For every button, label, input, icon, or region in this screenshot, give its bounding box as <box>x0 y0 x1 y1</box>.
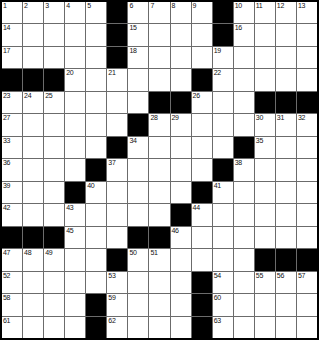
cell-r0c0[interactable]: 1 <box>2 2 22 23</box>
black-cell-r13c9 <box>192 294 212 315</box>
cell-r9c14[interactable] <box>297 204 317 225</box>
cell-r7c7[interactable] <box>149 159 169 180</box>
cell-r12c12[interactable]: 55 <box>255 272 275 293</box>
cell-r13c5[interactable]: 59 <box>107 294 127 315</box>
black-cell-r4c8 <box>171 92 191 113</box>
cell-r7c6[interactable] <box>128 159 148 180</box>
cell-r11c4[interactable] <box>86 249 106 270</box>
cell-r4c6[interactable] <box>128 92 148 113</box>
cell-r8c5[interactable] <box>107 182 127 203</box>
cell-r9c4[interactable] <box>86 204 106 225</box>
cell-r0c9[interactable]: 9 <box>192 2 212 23</box>
cell-r5c0[interactable]: 27 <box>2 114 22 135</box>
cell-r6c2[interactable] <box>44 137 64 158</box>
clue-number-22: 22 <box>214 69 221 77</box>
black-cell-r1c5 <box>107 24 127 45</box>
clue-number-19: 19 <box>214 47 221 55</box>
cell-r10c9[interactable] <box>192 227 212 248</box>
cell-r12c4[interactable] <box>86 272 106 293</box>
black-cell-r8c3 <box>65 182 85 203</box>
cell-r6c6[interactable]: 34 <box>128 137 148 158</box>
cell-r2c9[interactable] <box>192 47 212 68</box>
clue-number-13: 13 <box>298 2 305 10</box>
cell-r8c1[interactable] <box>23 182 43 203</box>
clue-number-39: 39 <box>3 182 10 190</box>
cell-r8c7[interactable] <box>149 182 169 203</box>
cell-r13c2[interactable] <box>44 294 64 315</box>
cell-r1c14[interactable] <box>297 24 317 45</box>
black-cell-r11c13 <box>276 249 296 270</box>
black-cell-r6c5 <box>107 137 127 158</box>
black-cell-r3c2 <box>44 69 64 90</box>
cell-r5c12[interactable]: 30 <box>255 114 275 135</box>
cell-r0c3[interactable]: 4 <box>65 2 85 23</box>
cell-r12c1[interactable] <box>23 272 43 293</box>
cell-r3c11[interactable] <box>234 69 254 90</box>
clue-number-2: 2 <box>24 2 28 10</box>
cell-r1c13[interactable] <box>276 24 296 45</box>
cell-r2c14[interactable] <box>297 47 317 68</box>
crossword-grid: 1234567891011121314151617181920212223242… <box>0 0 319 340</box>
black-cell-r10c2 <box>44 227 64 248</box>
cell-r7c1[interactable] <box>23 159 43 180</box>
clue-number-9: 9 <box>193 2 197 10</box>
cell-r13c0[interactable]: 58 <box>2 294 22 315</box>
cell-r12c5[interactable]: 53 <box>107 272 127 293</box>
black-cell-r8c9 <box>192 182 212 203</box>
cell-r1c2[interactable] <box>44 24 64 45</box>
cell-r6c14[interactable] <box>297 137 317 158</box>
clue-number-58: 58 <box>3 294 10 302</box>
cell-r1c6[interactable]: 15 <box>128 24 148 45</box>
cell-r0c2[interactable]: 3 <box>44 2 64 23</box>
black-cell-r10c6 <box>128 227 148 248</box>
cell-r5c7[interactable]: 28 <box>149 114 169 135</box>
clue-number-28: 28 <box>150 114 157 122</box>
clue-number-14: 14 <box>3 24 10 32</box>
cell-r9c6[interactable] <box>128 204 148 225</box>
clue-number-53: 53 <box>108 272 115 280</box>
cell-r14c2[interactable] <box>44 317 64 338</box>
clue-number-23: 23 <box>3 92 10 100</box>
cell-r7c13[interactable] <box>276 159 296 180</box>
clue-number-25: 25 <box>45 92 52 100</box>
cell-r12c8[interactable] <box>171 272 191 293</box>
cell-r14c11[interactable] <box>234 317 254 338</box>
cell-r2c6[interactable]: 18 <box>128 47 148 68</box>
black-cell-r6c11 <box>234 137 254 158</box>
black-cell-r0c5 <box>107 2 127 23</box>
clue-number-6: 6 <box>129 2 133 10</box>
cell-r2c4[interactable] <box>86 47 106 68</box>
cell-r7c5[interactable]: 37 <box>107 159 127 180</box>
cell-r4c10[interactable] <box>213 92 233 113</box>
clue-number-4: 4 <box>66 2 70 10</box>
clue-number-59: 59 <box>108 294 115 302</box>
cell-r9c7[interactable] <box>149 204 169 225</box>
clue-number-12: 12 <box>277 2 284 10</box>
cell-r6c1[interactable] <box>23 137 43 158</box>
cell-r12c14[interactable]: 57 <box>297 272 317 293</box>
cell-r2c0[interactable]: 17 <box>2 47 22 68</box>
cell-r13c3[interactable] <box>65 294 85 315</box>
cell-r10c14[interactable] <box>297 227 317 248</box>
clue-number-56: 56 <box>277 272 284 280</box>
clue-number-3: 3 <box>45 2 49 10</box>
cell-r2c12[interactable] <box>255 47 275 68</box>
clue-number-33: 33 <box>3 137 10 145</box>
cell-r13c13[interactable] <box>276 294 296 315</box>
cell-r14c6[interactable] <box>128 317 148 338</box>
black-cell-r11c5 <box>107 249 127 270</box>
black-cell-r3c1 <box>23 69 43 90</box>
cell-r0c11[interactable]: 10 <box>234 2 254 23</box>
cell-r9c2[interactable] <box>44 204 64 225</box>
cell-r1c9[interactable] <box>192 24 212 45</box>
cell-r1c11[interactable]: 16 <box>234 24 254 45</box>
cell-r4c3[interactable] <box>65 92 85 113</box>
cell-r2c13[interactable] <box>276 47 296 68</box>
cell-r5c13[interactable]: 31 <box>276 114 296 135</box>
cell-r7c8[interactable] <box>171 159 191 180</box>
clue-number-11: 11 <box>256 2 263 10</box>
cell-r0c14[interactable]: 13 <box>297 2 317 23</box>
cell-r13c1[interactable] <box>23 294 43 315</box>
cell-r9c12[interactable] <box>255 204 275 225</box>
clue-number-45: 45 <box>66 227 73 235</box>
cell-r12c0[interactable]: 52 <box>2 272 22 293</box>
cell-r13c8[interactable] <box>171 294 191 315</box>
cell-r12c7[interactable] <box>149 272 169 293</box>
cell-r9c1[interactable] <box>23 204 43 225</box>
clue-number-36: 36 <box>3 159 10 167</box>
cell-r6c9[interactable] <box>192 137 212 158</box>
clue-number-47: 47 <box>3 249 10 257</box>
black-cell-r4c14 <box>297 92 317 113</box>
cell-r6c13[interactable] <box>276 137 296 158</box>
cell-r11c6[interactable]: 50 <box>128 249 148 270</box>
cell-r5c8[interactable]: 29 <box>171 114 191 135</box>
cell-r13c6[interactable] <box>128 294 148 315</box>
cell-r14c1[interactable] <box>23 317 43 338</box>
cell-r4c9[interactable]: 26 <box>192 92 212 113</box>
cell-r8c11[interactable] <box>234 182 254 203</box>
black-cell-r1c10 <box>213 24 233 45</box>
cell-r14c0[interactable]: 61 <box>2 317 22 338</box>
cell-r1c12[interactable] <box>255 24 275 45</box>
cell-r2c11[interactable] <box>234 47 254 68</box>
cell-r14c7[interactable] <box>149 317 169 338</box>
black-cell-r13c4 <box>86 294 106 315</box>
cell-r11c3[interactable] <box>65 249 85 270</box>
cell-r4c4[interactable] <box>86 92 106 113</box>
clue-number-38: 38 <box>235 159 242 167</box>
cell-r6c12[interactable]: 35 <box>255 137 275 158</box>
clue-number-17: 17 <box>3 47 10 55</box>
clue-number-42: 42 <box>3 204 10 212</box>
cell-r11c11[interactable] <box>234 249 254 270</box>
cell-r0c7[interactable]: 7 <box>149 2 169 23</box>
cell-r3c12[interactable] <box>255 69 275 90</box>
clue-number-55: 55 <box>256 272 263 280</box>
cell-r11c0[interactable]: 47 <box>2 249 22 270</box>
cell-r6c7[interactable] <box>149 137 169 158</box>
cell-r6c4[interactable] <box>86 137 106 158</box>
cell-r2c8[interactable] <box>171 47 191 68</box>
cell-r7c14[interactable] <box>297 159 317 180</box>
cell-r4c0[interactable]: 23 <box>2 92 22 113</box>
cell-r4c2[interactable]: 25 <box>44 92 64 113</box>
cell-r10c3[interactable]: 45 <box>65 227 85 248</box>
clue-number-30: 30 <box>256 114 263 122</box>
cell-r1c3[interactable] <box>65 24 85 45</box>
clue-number-20: 20 <box>66 69 73 77</box>
cell-r3c3[interactable]: 20 <box>65 69 85 90</box>
clue-number-49: 49 <box>45 249 52 257</box>
cell-r9c9[interactable]: 44 <box>192 204 212 225</box>
clue-number-8: 8 <box>172 2 176 10</box>
cell-r2c1[interactable] <box>23 47 43 68</box>
cell-r12c2[interactable] <box>44 272 64 293</box>
cell-r3c7[interactable] <box>149 69 169 90</box>
cell-r4c11[interactable] <box>234 92 254 113</box>
cell-r4c1[interactable]: 24 <box>23 92 43 113</box>
clue-number-57: 57 <box>298 272 305 280</box>
clue-number-27: 27 <box>3 114 10 122</box>
cell-r5c14[interactable]: 32 <box>297 114 317 135</box>
clue-number-18: 18 <box>129 47 136 55</box>
black-cell-r3c0 <box>2 69 22 90</box>
cell-r9c10[interactable] <box>213 204 233 225</box>
clue-number-24: 24 <box>24 92 31 100</box>
cell-r14c12[interactable] <box>255 317 275 338</box>
cell-r14c5[interactable]: 62 <box>107 317 127 338</box>
clue-number-16: 16 <box>235 24 242 32</box>
clue-number-7: 7 <box>150 2 154 10</box>
black-cell-r11c12 <box>255 249 275 270</box>
cell-r14c10[interactable]: 63 <box>213 317 233 338</box>
clue-number-41: 41 <box>214 182 221 190</box>
cell-r9c3[interactable]: 43 <box>65 204 85 225</box>
black-cell-r2c5 <box>107 47 127 68</box>
cell-r10c8[interactable]: 46 <box>171 227 191 248</box>
black-cell-r10c0 <box>2 227 22 248</box>
cell-r12c11[interactable] <box>234 272 254 293</box>
clue-number-50: 50 <box>129 249 136 257</box>
clue-number-63: 63 <box>214 317 221 325</box>
clue-number-48: 48 <box>24 249 31 257</box>
cell-r8c6[interactable] <box>128 182 148 203</box>
cell-r11c10[interactable] <box>213 249 233 270</box>
clue-number-34: 34 <box>129 137 136 145</box>
cell-r3c5[interactable]: 21 <box>107 69 127 90</box>
cell-r2c10[interactable]: 19 <box>213 47 233 68</box>
cell-r7c0[interactable]: 36 <box>2 159 22 180</box>
cell-r11c1[interactable]: 48 <box>23 249 43 270</box>
black-cell-r4c7 <box>149 92 169 113</box>
black-cell-r3c9 <box>192 69 212 90</box>
clue-number-40: 40 <box>87 182 94 190</box>
cell-r5c10[interactable] <box>213 114 233 135</box>
clue-number-15: 15 <box>129 24 136 32</box>
clue-number-10: 10 <box>235 2 242 10</box>
black-cell-r5c6 <box>128 114 148 135</box>
black-cell-r11c14 <box>297 249 317 270</box>
cell-r3c14[interactable] <box>297 69 317 90</box>
cell-r2c3[interactable] <box>65 47 85 68</box>
cell-r11c8[interactable] <box>171 249 191 270</box>
cell-r13c12[interactable] <box>255 294 275 315</box>
cell-r1c0[interactable]: 14 <box>2 24 22 45</box>
cell-r3c10[interactable]: 22 <box>213 69 233 90</box>
black-cell-r14c9 <box>192 317 212 338</box>
cell-r8c4[interactable]: 40 <box>86 182 106 203</box>
clue-number-46: 46 <box>172 227 179 235</box>
cell-r8c10[interactable]: 41 <box>213 182 233 203</box>
cell-r5c9[interactable] <box>192 114 212 135</box>
black-cell-r7c10 <box>213 159 233 180</box>
cell-r0c1[interactable]: 2 <box>23 2 43 23</box>
clue-number-29: 29 <box>172 114 179 122</box>
cell-r8c12[interactable] <box>255 182 275 203</box>
cell-r10c11[interactable] <box>234 227 254 248</box>
cell-r2c2[interactable] <box>44 47 64 68</box>
cell-r5c3[interactable] <box>65 114 85 135</box>
black-cell-r9c8 <box>171 204 191 225</box>
cell-r8c2[interactable] <box>44 182 64 203</box>
cell-r11c9[interactable] <box>192 249 212 270</box>
cell-r9c11[interactable] <box>234 204 254 225</box>
cell-r1c4[interactable] <box>86 24 106 45</box>
cell-r8c0[interactable]: 39 <box>2 182 22 203</box>
cell-r0c12[interactable]: 11 <box>255 2 275 23</box>
cell-r10c13[interactable] <box>276 227 296 248</box>
clue-number-21: 21 <box>108 69 115 77</box>
clue-number-44: 44 <box>193 204 200 212</box>
cell-r5c4[interactable] <box>86 114 106 135</box>
cell-r7c9[interactable] <box>192 159 212 180</box>
clue-number-54: 54 <box>214 272 221 280</box>
black-cell-r10c7 <box>149 227 169 248</box>
black-cell-r10c1 <box>23 227 43 248</box>
cell-r6c10[interactable] <box>213 137 233 158</box>
cell-r12c6[interactable] <box>128 272 148 293</box>
cell-r6c8[interactable] <box>171 137 191 158</box>
clue-number-26: 26 <box>193 92 200 100</box>
black-cell-r4c13 <box>276 92 296 113</box>
cell-r10c12[interactable] <box>255 227 275 248</box>
cell-r7c3[interactable] <box>65 159 85 180</box>
black-cell-r14c4 <box>86 317 106 338</box>
cell-r13c7[interactable] <box>149 294 169 315</box>
cell-r7c2[interactable] <box>44 159 64 180</box>
clue-number-61: 61 <box>3 317 10 325</box>
cell-r8c13[interactable] <box>276 182 296 203</box>
clue-number-52: 52 <box>3 272 10 280</box>
cell-r1c8[interactable] <box>171 24 191 45</box>
cell-r8c8[interactable] <box>171 182 191 203</box>
cell-r1c1[interactable] <box>23 24 43 45</box>
clue-number-31: 31 <box>277 114 284 122</box>
cell-r10c5[interactable] <box>107 227 127 248</box>
black-cell-r12c9 <box>192 272 212 293</box>
cell-r12c10[interactable]: 54 <box>213 272 233 293</box>
clue-number-37: 37 <box>108 159 115 167</box>
cell-r11c2[interactable]: 49 <box>44 249 64 270</box>
cell-r4c5[interactable] <box>107 92 127 113</box>
clue-number-32: 32 <box>298 114 305 122</box>
cell-r13c14[interactable] <box>297 294 317 315</box>
cell-r2c7[interactable] <box>149 47 169 68</box>
cell-r5c5[interactable] <box>107 114 127 135</box>
cell-r3c6[interactable] <box>128 69 148 90</box>
clue-number-62: 62 <box>108 317 115 325</box>
cell-r0c6[interactable]: 6 <box>128 2 148 23</box>
cell-r12c13[interactable]: 56 <box>276 272 296 293</box>
cell-r10c4[interactable] <box>86 227 106 248</box>
cell-r6c0[interactable]: 33 <box>2 137 22 158</box>
cell-r5c1[interactable] <box>23 114 43 135</box>
cell-r9c13[interactable] <box>276 204 296 225</box>
cell-r14c13[interactable] <box>276 317 296 338</box>
cell-r1c7[interactable] <box>149 24 169 45</box>
cell-r0c13[interactable]: 12 <box>276 2 296 23</box>
cell-r7c12[interactable] <box>255 159 275 180</box>
cell-r8c14[interactable] <box>297 182 317 203</box>
black-cell-r7c4 <box>86 159 106 180</box>
clue-number-35: 35 <box>256 137 263 145</box>
cell-r13c11[interactable] <box>234 294 254 315</box>
cell-r3c4[interactable] <box>86 69 106 90</box>
cell-r0c8[interactable]: 8 <box>171 2 191 23</box>
cell-r0c4[interactable]: 5 <box>86 2 106 23</box>
cell-r12c3[interactable] <box>65 272 85 293</box>
cell-r11c7[interactable]: 51 <box>149 249 169 270</box>
clue-number-51: 51 <box>150 249 157 257</box>
cell-r5c11[interactable] <box>234 114 254 135</box>
clue-number-43: 43 <box>66 204 73 212</box>
cell-r6c3[interactable] <box>65 137 85 158</box>
cell-r3c13[interactable] <box>276 69 296 90</box>
cell-r9c0[interactable]: 42 <box>2 204 22 225</box>
cell-r9c5[interactable] <box>107 204 127 225</box>
cell-r7c11[interactable]: 38 <box>234 159 254 180</box>
black-cell-r0c10 <box>213 2 233 23</box>
clue-number-60: 60 <box>214 294 221 302</box>
clue-number-1: 1 <box>3 2 7 10</box>
cell-r14c3[interactable] <box>65 317 85 338</box>
cell-r14c8[interactable] <box>171 317 191 338</box>
cell-r13c10[interactable]: 60 <box>213 294 233 315</box>
clue-number-5: 5 <box>87 2 91 10</box>
cell-r5c2[interactable] <box>44 114 64 135</box>
cell-r3c8[interactable] <box>171 69 191 90</box>
cell-r10c10[interactable] <box>213 227 233 248</box>
cell-r14c14[interactable] <box>297 317 317 338</box>
black-cell-r4c12 <box>255 92 275 113</box>
